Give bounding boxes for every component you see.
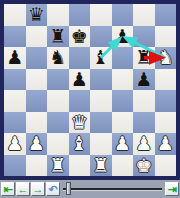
square-h6[interactable]: ♞	[155, 47, 177, 69]
go-to-start-button[interactable]: ⇤	[1, 182, 15, 196]
square-h7[interactable]	[155, 26, 177, 48]
square-f1[interactable]	[112, 155, 134, 177]
square-c4[interactable]	[47, 90, 69, 112]
square-c6[interactable]: ♞	[47, 47, 69, 69]
previous-move-button[interactable]: ←	[16, 182, 30, 196]
square-d6[interactable]	[69, 47, 91, 69]
square-a5[interactable]	[4, 69, 26, 91]
square-b2[interactable]: ♟	[26, 133, 48, 155]
square-g5[interactable]: ♟	[133, 69, 155, 91]
square-h5[interactable]	[155, 69, 177, 91]
square-h2[interactable]: ♟	[155, 133, 177, 155]
square-c1[interactable]: ♜	[47, 155, 69, 177]
navigation-toolbar: ⇤ ← → ↶ ⇥	[0, 180, 180, 198]
board-grid[interactable]: ♛♜♚♟♟♞♝♜♞♟♟♛♟♟♝♟♟♟♜♜♚	[4, 4, 176, 176]
square-e1[interactable]: ♜	[90, 155, 112, 177]
square-c8[interactable]	[47, 4, 69, 26]
slider-track[interactable]	[63, 188, 162, 190]
square-b1[interactable]	[26, 155, 48, 177]
square-g7[interactable]	[133, 26, 155, 48]
square-b4[interactable]	[26, 90, 48, 112]
square-d8[interactable]	[69, 4, 91, 26]
square-d7[interactable]: ♚	[69, 26, 91, 48]
black-pawn: ♟	[112, 26, 134, 48]
square-d5[interactable]: ♟	[69, 69, 91, 91]
square-f7[interactable]: ♟	[112, 26, 134, 48]
square-f5[interactable]	[112, 69, 134, 91]
square-a4[interactable]	[4, 90, 26, 112]
square-g1[interactable]: ♚	[133, 155, 155, 177]
black-knight: ♞	[47, 47, 69, 69]
white-bishop: ♝	[69, 133, 91, 155]
black-rook: ♜	[133, 47, 155, 69]
move-slider[interactable]	[63, 181, 162, 197]
square-d1[interactable]	[69, 155, 91, 177]
square-g4[interactable]	[133, 90, 155, 112]
square-g8[interactable]	[133, 4, 155, 26]
square-b7[interactable]	[26, 26, 48, 48]
white-pawn: ♟	[26, 133, 48, 155]
square-e8[interactable]	[90, 4, 112, 26]
black-queen: ♛	[26, 4, 48, 26]
square-f8[interactable]	[112, 4, 134, 26]
square-d4[interactable]	[69, 90, 91, 112]
square-f6[interactable]	[112, 47, 134, 69]
square-b5[interactable]	[26, 69, 48, 91]
black-pawn: ♟	[69, 69, 91, 91]
square-b3[interactable]	[26, 112, 48, 134]
square-f4[interactable]	[112, 90, 134, 112]
square-a6[interactable]: ♟	[4, 47, 26, 69]
square-d3[interactable]: ♛	[69, 112, 91, 134]
takeback-button[interactable]: ↶	[46, 182, 60, 196]
square-a8[interactable]	[4, 4, 26, 26]
white-pawn: ♟	[133, 133, 155, 155]
slider-handle[interactable]	[66, 182, 71, 195]
black-rook: ♜	[47, 26, 69, 48]
square-c5[interactable]	[47, 69, 69, 91]
square-a3[interactable]	[4, 112, 26, 134]
square-c2[interactable]	[47, 133, 69, 155]
chess-board[interactable]: ♛♜♚♟♟♞♝♜♞♟♟♛♟♟♝♟♟♟♜♜♚	[4, 4, 176, 176]
black-bishop: ♝	[90, 47, 112, 69]
square-e4[interactable]	[90, 90, 112, 112]
square-f3[interactable]	[112, 112, 134, 134]
square-h8[interactable]	[155, 4, 177, 26]
square-e7[interactable]	[90, 26, 112, 48]
square-h3[interactable]	[155, 112, 177, 134]
black-pawn: ♟	[4, 47, 26, 69]
go-to-end-button[interactable]: ⇥	[165, 182, 179, 196]
white-pawn: ♟	[155, 133, 177, 155]
white-pawn: ♟	[4, 133, 26, 155]
square-e3[interactable]	[90, 112, 112, 134]
square-d2[interactable]: ♝	[69, 133, 91, 155]
square-b8[interactable]: ♛	[26, 4, 48, 26]
square-e5[interactable]	[90, 69, 112, 91]
square-f2[interactable]: ♟	[112, 133, 134, 155]
square-e6[interactable]: ♝	[90, 47, 112, 69]
white-rook: ♜	[47, 155, 69, 177]
white-knight: ♞	[155, 47, 177, 69]
square-e2[interactable]	[90, 133, 112, 155]
square-c3[interactable]	[47, 112, 69, 134]
black-king: ♚	[69, 26, 91, 48]
chess-app-window: ♛♜♚♟♟♞♝♜♞♟♟♛♟♟♝♟♟♟♜♜♚ ⇤ ← → ↶ ⇥	[0, 0, 180, 198]
square-c7[interactable]: ♜	[47, 26, 69, 48]
square-a1[interactable]	[4, 155, 26, 177]
next-move-button[interactable]: →	[31, 182, 45, 196]
black-pawn: ♟	[133, 69, 155, 91]
square-h1[interactable]	[155, 155, 177, 177]
square-a7[interactable]	[4, 26, 26, 48]
square-g6[interactable]: ♜	[133, 47, 155, 69]
white-queen: ♛	[69, 112, 91, 134]
white-king: ♚	[133, 155, 155, 177]
white-pawn: ♟	[112, 133, 134, 155]
square-g3[interactable]	[133, 112, 155, 134]
square-a2[interactable]: ♟	[4, 133, 26, 155]
white-rook: ♜	[90, 155, 112, 177]
square-h4[interactable]	[155, 90, 177, 112]
square-g2[interactable]: ♟	[133, 133, 155, 155]
square-b6[interactable]	[26, 47, 48, 69]
